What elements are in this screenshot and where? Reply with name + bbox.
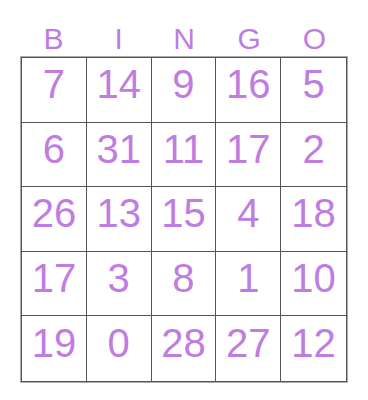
bingo-cell-r2c1[interactable]: 13	[87, 187, 152, 252]
bingo-cell-r3c4[interactable]: 10	[281, 252, 346, 317]
bingo-cell-r4c1[interactable]: 0	[87, 316, 152, 381]
header-letter-b: B	[21, 22, 86, 57]
bingo-header: B I N G O	[21, 0, 347, 57]
bingo-cell-r1c1[interactable]: 31	[87, 123, 152, 188]
bingo-cell-r0c4[interactable]: 5	[281, 58, 346, 123]
bingo-cell-r3c0[interactable]: 17	[22, 252, 87, 317]
bingo-cell-r4c3[interactable]: 27	[216, 316, 281, 381]
bingo-grid: 7 14 9 16 5 6 31 11 17 2 26 13 15 4 18 1…	[21, 57, 347, 382]
bingo-cell-r2c0[interactable]: 26	[22, 187, 87, 252]
bingo-cell-r0c2[interactable]: 9	[152, 58, 217, 123]
header-letter-i: I	[86, 22, 151, 57]
bingo-cell-r1c0[interactable]: 6	[22, 123, 87, 188]
bingo-cell-r0c3[interactable]: 16	[216, 58, 281, 123]
header-letter-n: N	[151, 22, 216, 57]
bingo-cell-r4c0[interactable]: 19	[22, 316, 87, 381]
bingo-cell-r1c3[interactable]: 17	[216, 123, 281, 188]
bingo-cell-r3c1[interactable]: 3	[87, 252, 152, 317]
header-letter-g: G	[217, 22, 282, 57]
bingo-cell-r2c3[interactable]: 4	[216, 187, 281, 252]
bingo-cell-r3c2[interactable]: 8	[152, 252, 217, 317]
bingo-cell-r0c0[interactable]: 7	[22, 58, 87, 123]
header-letter-o: O	[282, 22, 347, 57]
bingo-cell-r4c4[interactable]: 12	[281, 316, 346, 381]
bingo-cell-r1c4[interactable]: 2	[281, 123, 346, 188]
bingo-cell-r2c4[interactable]: 18	[281, 187, 346, 252]
bingo-cell-r1c2[interactable]: 11	[152, 123, 217, 188]
bingo-cell-r4c2[interactable]: 28	[152, 316, 217, 381]
bingo-cell-r2c2[interactable]: 15	[152, 187, 217, 252]
bingo-cell-r0c1[interactable]: 14	[87, 58, 152, 123]
bingo-cell-r3c3[interactable]: 1	[216, 252, 281, 317]
